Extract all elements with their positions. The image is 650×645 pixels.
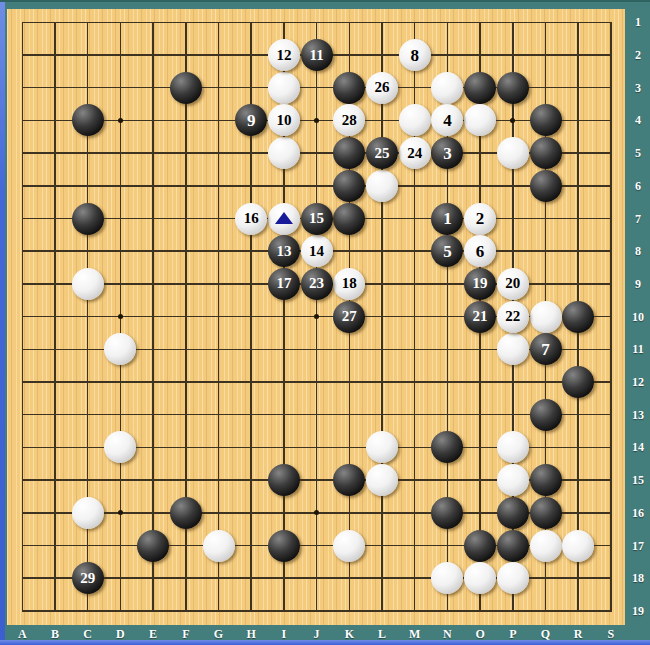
move-number: 13 xyxy=(276,244,291,259)
row-label-19: 19 xyxy=(628,605,648,617)
stone-white-I2[interactable]: 12 xyxy=(268,39,300,71)
stone-black-Q5[interactable] xyxy=(530,137,562,169)
move-number: 14 xyxy=(309,244,324,259)
stone-white-M2[interactable]: 8 xyxy=(399,39,431,71)
move-number: 22 xyxy=(505,309,520,324)
stone-black-J7[interactable]: 15 xyxy=(301,203,333,235)
stone-black-F16[interactable] xyxy=(170,497,202,529)
move-number: 25 xyxy=(375,146,390,161)
col-label-O: O xyxy=(474,628,486,640)
stone-white-I3[interactable] xyxy=(268,72,300,104)
row-label-2: 2 xyxy=(628,49,648,61)
stone-white-K9[interactable]: 18 xyxy=(333,268,365,300)
stone-black-Q11[interactable]: 7 xyxy=(530,333,562,365)
move-number: 11 xyxy=(310,48,324,63)
col-label-E: E xyxy=(147,628,159,640)
row-label-13: 13 xyxy=(628,409,648,421)
stone-white-K17[interactable] xyxy=(333,530,365,562)
stone-black-N16[interactable] xyxy=(431,497,463,529)
col-label-J: J xyxy=(311,628,323,640)
col-label-N: N xyxy=(441,628,453,640)
stone-black-J2[interactable]: 11 xyxy=(301,39,333,71)
stone-white-I7[interactable] xyxy=(268,203,300,235)
move-number: 20 xyxy=(505,276,520,291)
stone-black-E17[interactable] xyxy=(137,530,169,562)
stone-black-P16[interactable] xyxy=(497,497,529,529)
row-label-8: 8 xyxy=(628,245,648,257)
stone-white-J8[interactable]: 14 xyxy=(301,235,333,267)
stone-black-K7[interactable] xyxy=(333,203,365,235)
row-label-3: 3 xyxy=(628,82,648,94)
stone-black-I8[interactable]: 13 xyxy=(268,235,300,267)
stone-white-L6[interactable] xyxy=(366,170,398,202)
stone-white-C16[interactable] xyxy=(72,497,104,529)
row-label-18: 18 xyxy=(628,572,648,584)
stone-white-P11[interactable] xyxy=(497,333,529,365)
move-number: 5 xyxy=(443,243,452,260)
stone-white-L15[interactable] xyxy=(366,464,398,496)
col-label-C: C xyxy=(82,628,94,640)
grid-line-vertical xyxy=(610,22,612,612)
stone-black-O9[interactable]: 19 xyxy=(464,268,496,300)
col-label-R: R xyxy=(572,628,584,640)
stone-white-P14[interactable] xyxy=(497,431,529,463)
stone-black-K3[interactable] xyxy=(333,72,365,104)
move-number: 19 xyxy=(473,276,488,291)
move-number: 3 xyxy=(443,145,452,162)
move-number: 15 xyxy=(309,211,324,226)
row-label-16: 16 xyxy=(628,507,648,519)
col-label-S: S xyxy=(605,628,617,640)
row-label-4: 4 xyxy=(628,114,648,126)
row-label-7: 7 xyxy=(628,213,648,225)
stone-black-C18[interactable]: 29 xyxy=(72,562,104,594)
row-label-15: 15 xyxy=(628,474,648,486)
stone-white-P18[interactable] xyxy=(497,562,529,594)
stone-white-P15[interactable] xyxy=(497,464,529,496)
move-number: 21 xyxy=(473,309,488,324)
stone-black-C4[interactable] xyxy=(72,104,104,136)
move-number: 23 xyxy=(309,276,324,291)
col-label-A: A xyxy=(16,628,28,640)
stone-black-K10[interactable]: 27 xyxy=(333,301,365,333)
star-point-D10 xyxy=(118,314,123,319)
move-number: 7 xyxy=(541,341,550,358)
stone-white-H7[interactable]: 16 xyxy=(235,203,267,235)
stone-black-F3[interactable] xyxy=(170,72,202,104)
stone-black-C7[interactable] xyxy=(72,203,104,235)
stone-black-Q13[interactable] xyxy=(530,399,562,431)
col-label-I: I xyxy=(278,628,290,640)
move-number: 8 xyxy=(410,47,419,64)
row-label-11: 11 xyxy=(628,343,648,355)
stone-black-O17[interactable] xyxy=(464,530,496,562)
stone-black-Q16[interactable] xyxy=(530,497,562,529)
go-board-screenshot: 1234567891011121314151617181920212223242… xyxy=(0,0,650,645)
move-number: 4 xyxy=(443,112,452,129)
col-label-F: F xyxy=(180,628,192,640)
move-number: 9 xyxy=(247,112,256,129)
stone-white-Q10[interactable] xyxy=(530,301,562,333)
row-label-10: 10 xyxy=(628,311,648,323)
stone-white-L3[interactable]: 26 xyxy=(366,72,398,104)
move-number: 24 xyxy=(407,146,422,161)
row-label-14: 14 xyxy=(628,441,648,453)
stone-black-I9[interactable]: 17 xyxy=(268,268,300,300)
stone-white-P10[interactable]: 22 xyxy=(497,301,529,333)
move-number: 18 xyxy=(342,276,357,291)
row-label-6: 6 xyxy=(628,180,648,192)
move-number: 26 xyxy=(375,80,390,95)
stone-black-P3[interactable] xyxy=(497,72,529,104)
stone-white-G17[interactable] xyxy=(203,530,235,562)
col-label-D: D xyxy=(114,628,126,640)
grid-line-horizontal xyxy=(22,414,612,416)
col-label-B: B xyxy=(49,628,61,640)
window-border-bottom xyxy=(0,640,650,645)
stone-white-P9[interactable]: 20 xyxy=(497,268,529,300)
move-number: 16 xyxy=(244,211,259,226)
grid-line-horizontal xyxy=(22,381,612,383)
stone-white-I5[interactable] xyxy=(268,137,300,169)
star-point-J4 xyxy=(314,118,319,123)
stone-white-O7[interactable]: 2 xyxy=(464,203,496,235)
stone-black-L5[interactable]: 25 xyxy=(366,137,398,169)
col-label-K: K xyxy=(343,628,355,640)
window-border-left xyxy=(0,2,5,645)
grid-line-horizontal xyxy=(22,610,612,612)
stone-black-O3[interactable] xyxy=(464,72,496,104)
stone-white-M5[interactable]: 24 xyxy=(399,137,431,169)
stone-white-M4[interactable] xyxy=(399,104,431,136)
row-label-1: 1 xyxy=(628,16,648,28)
stone-black-Q4[interactable] xyxy=(530,104,562,136)
star-point-D4 xyxy=(118,118,123,123)
move-number: 17 xyxy=(276,276,291,291)
move-number: 28 xyxy=(342,113,357,128)
stone-white-Q17[interactable] xyxy=(530,530,562,562)
col-label-L: L xyxy=(376,628,388,640)
move-number: 29 xyxy=(80,571,95,586)
frame-top-edge xyxy=(0,0,650,2)
stone-black-R10[interactable] xyxy=(562,301,594,333)
stone-black-Q15[interactable] xyxy=(530,464,562,496)
stone-black-K6[interactable] xyxy=(333,170,365,202)
col-label-G: G xyxy=(213,628,225,640)
stone-black-I17[interactable] xyxy=(268,530,300,562)
move-number: 10 xyxy=(276,113,291,128)
col-label-M: M xyxy=(409,628,421,640)
move-number: 2 xyxy=(476,210,485,227)
move-number: 6 xyxy=(476,243,485,260)
move-number: 27 xyxy=(342,309,357,324)
move-number: 12 xyxy=(276,48,291,63)
grid-line-vertical xyxy=(381,22,383,612)
stone-white-N3[interactable] xyxy=(431,72,463,104)
triangle-mark-icon xyxy=(275,212,293,224)
row-label-17: 17 xyxy=(628,540,648,552)
stone-black-P17[interactable] xyxy=(497,530,529,562)
col-label-H: H xyxy=(245,628,257,640)
stone-black-J9[interactable]: 23 xyxy=(301,268,333,300)
stone-black-O10[interactable]: 21 xyxy=(464,301,496,333)
stone-black-R12[interactable] xyxy=(562,366,594,398)
stone-black-Q6[interactable] xyxy=(530,170,562,202)
stone-white-P5[interactable] xyxy=(497,137,529,169)
move-number: 1 xyxy=(443,210,452,227)
col-label-P: P xyxy=(507,628,519,640)
stone-black-N7[interactable]: 1 xyxy=(431,203,463,235)
col-label-Q: Q xyxy=(540,628,552,640)
stone-white-C9[interactable] xyxy=(72,268,104,300)
row-label-9: 9 xyxy=(628,278,648,290)
stone-white-R17[interactable] xyxy=(562,530,594,562)
row-label-5: 5 xyxy=(628,147,648,159)
row-label-12: 12 xyxy=(628,376,648,388)
stone-black-I15[interactable] xyxy=(268,464,300,496)
